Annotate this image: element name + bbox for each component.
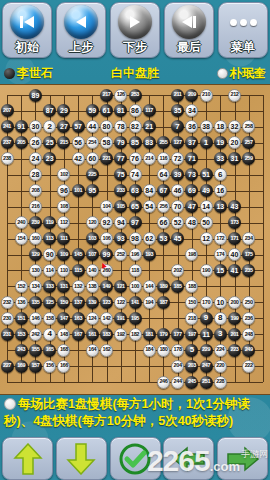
stone-white: 20 — [228, 136, 241, 149]
stone-white: 18 — [214, 120, 227, 133]
stone-black: 233 — [114, 184, 127, 197]
skip-to-end-icon — [172, 5, 206, 39]
stone-white: 6 — [214, 168, 227, 181]
stone-white: 258 — [242, 120, 255, 133]
stone-white: 108 — [57, 200, 70, 213]
stone-black: 5 — [185, 344, 198, 357]
stone-white: 198 — [185, 248, 198, 261]
stone-white: 254 — [86, 136, 99, 149]
stone-white: 40 — [228, 248, 241, 261]
black-stone-icon — [4, 68, 15, 79]
bottom-toolbar — [0, 437, 270, 478]
stone-white: 138 — [86, 280, 99, 293]
stone-white: 140 — [86, 264, 99, 277]
stone-black: 11 — [200, 328, 213, 341]
stone-black: 43 — [228, 200, 241, 213]
stone-white: 112 — [57, 216, 70, 229]
stone-white: 214 — [143, 152, 156, 165]
stone-white: 120 — [86, 216, 99, 229]
stone-black: 13 — [214, 200, 227, 213]
stone-black: 59 — [86, 104, 99, 117]
skip-to-start-icon — [10, 5, 44, 39]
stone-black: 97 — [129, 216, 142, 229]
stone-white: 160 — [29, 232, 42, 245]
stone-white: 66 — [157, 216, 170, 229]
last-move-marker-icon: ▲ — [98, 260, 109, 271]
stone-white: 256 — [157, 200, 170, 213]
stone-white: 46 — [171, 184, 184, 197]
stone-black: 251 — [200, 376, 213, 389]
stone-black: 253 — [129, 89, 142, 102]
stone-black: 107 — [86, 248, 99, 261]
stone-black: 65 — [129, 200, 142, 213]
stone-white: 134 — [29, 280, 42, 293]
stone-white: 152 — [15, 280, 28, 293]
stone-white: 228 — [214, 376, 227, 389]
stone-white: 174 — [214, 248, 227, 261]
stone-white: 150 — [185, 296, 198, 309]
stone-black: 63 — [129, 184, 142, 197]
stone-black: 47 — [185, 200, 198, 213]
stone-black: 221 — [100, 152, 113, 165]
stone-black: 67 — [157, 184, 170, 197]
stone-black: 145 — [72, 248, 85, 261]
stone-white: 132 — [72, 280, 85, 293]
previous-move-button[interactable]: 上步 — [56, 2, 106, 58]
stone-black: 259 — [242, 152, 255, 165]
stone-black: 191 — [114, 312, 127, 325]
stone-black: 241 — [1, 120, 14, 133]
stone-black: 189 — [157, 280, 170, 293]
stone-black: 109 — [57, 248, 70, 261]
rules-text: 每场比赛1盘慢棋(每方1小时，1次1分钟读秒)、4盘快棋(每方10分钟，5次40… — [4, 397, 250, 428]
stone-white: 82 — [129, 120, 142, 133]
white-player-name: 朴珉奎 — [230, 65, 266, 82]
stone-black: 181 — [143, 328, 156, 341]
stone-black: 39 — [171, 168, 184, 181]
stone-black: 167 — [72, 328, 85, 341]
stone-black: 31 — [228, 152, 241, 165]
stone-white: 24 — [29, 152, 42, 165]
stone-white: 210 — [200, 89, 213, 102]
stone-white: 76 — [129, 152, 142, 165]
stone-black: 51 — [200, 168, 213, 181]
stone-white: 74 — [129, 168, 142, 181]
stone-black: 87 — [43, 104, 56, 117]
stone-white: 34 — [185, 104, 198, 117]
stone-black: 103 — [86, 232, 99, 245]
stone-black: 121 — [114, 280, 127, 293]
stone-black: 155 — [29, 344, 42, 357]
stone-black: 217 — [100, 89, 113, 102]
stone-white: 78 — [114, 120, 127, 133]
stone-black: 159 — [57, 296, 70, 309]
stone-white: 80 — [100, 120, 113, 133]
stone-black: 157 — [29, 360, 42, 373]
stone-black: 25 — [43, 136, 56, 149]
stone-white: 236 — [242, 312, 255, 325]
stone-white: 122 — [114, 296, 127, 309]
stone-black: 131 — [57, 280, 70, 293]
stone-black: 29 — [57, 104, 70, 117]
stone-black: 1 — [200, 136, 213, 149]
stone-white: 8 — [214, 312, 227, 325]
stone-black: 133 — [43, 280, 56, 293]
stone-white: 260▲ — [100, 264, 113, 277]
stone-white: 218 — [185, 312, 198, 325]
move-up-button[interactable] — [2, 437, 53, 480]
left-arrow-icon — [173, 446, 205, 472]
stone-white: 184 — [143, 344, 156, 357]
stone-white: 216 — [29, 200, 42, 213]
stone-black: 73 — [185, 168, 198, 181]
stone-black: 179 — [157, 328, 170, 341]
stone-white: 248 — [242, 328, 255, 341]
stone-white: 220 — [214, 360, 227, 373]
stone-black: 57 — [72, 120, 85, 133]
previous-move-label: 上步 — [69, 39, 93, 56]
stone-black: 127 — [171, 136, 184, 149]
stone-white: 178 — [171, 344, 184, 357]
menu-button[interactable]: 菜单 — [218, 2, 268, 58]
stone-white: 158 — [43, 312, 56, 325]
stone-black: 53 — [157, 232, 170, 245]
stone-black: 163 — [72, 312, 85, 325]
stone-white: 202 — [171, 264, 184, 277]
stone-white: 222 — [242, 360, 255, 373]
stone-white: 44 — [86, 120, 99, 133]
stone-black: 173 — [228, 216, 241, 229]
stone-white: 146 — [29, 312, 42, 325]
stone-white: 242 — [29, 328, 42, 341]
stone-white: 182 — [129, 328, 142, 341]
stone-black: 229 — [200, 344, 213, 357]
info-text: 每场比赛1盘慢棋(每方1小时，1次1分钟读秒)、4盘快棋(每方10分钟，5次40… — [4, 396, 266, 430]
stone-black: 111 — [57, 232, 70, 245]
stone-white: 96 — [57, 184, 70, 197]
stone-black: 129 — [29, 248, 42, 261]
stone-white: 62 — [143, 232, 156, 245]
stone-black: 119 — [43, 216, 56, 229]
stone-black: 49 — [200, 184, 213, 197]
stone-white: 164 — [86, 344, 99, 357]
stone-white: 70 — [171, 200, 184, 213]
stone-black: 125 — [43, 296, 56, 309]
grid-line-v — [263, 95, 264, 382]
stone-black: 257 — [242, 136, 255, 149]
stone-black: 171 — [228, 232, 241, 245]
stone-white: 64 — [157, 168, 170, 181]
stone-white: 94 — [114, 216, 127, 229]
go-to-end-button[interactable]: 最后 — [164, 2, 214, 58]
stone-black: 223 — [228, 344, 241, 357]
stone-black: 37 — [185, 136, 198, 149]
stone-black: 79 — [114, 136, 127, 149]
stone-black: 231 — [1, 328, 14, 341]
stone-white: 190 — [200, 264, 213, 277]
menu-label: 菜单 — [231, 39, 255, 56]
stone-black: 205 — [15, 136, 28, 149]
stone-black: 75 — [114, 168, 127, 181]
stone-white: 252 — [114, 248, 127, 261]
stone-white: 110 — [57, 264, 70, 277]
stone-black: 165 — [43, 344, 56, 357]
stone-white: 52 — [171, 216, 184, 229]
stone-white: 232 — [1, 296, 14, 309]
stone-black: 161 — [86, 328, 99, 341]
stone-white: 104 — [100, 200, 113, 213]
stone-white: 124 — [86, 312, 99, 325]
stone-white: 10 — [214, 296, 227, 309]
app-window: 初始 上步 下步 最后 菜单 李世石 — [0, 0, 270, 480]
stone-white: 84 — [143, 184, 156, 197]
go-to-start-button[interactable]: 初始 — [2, 2, 52, 58]
stone-white: 30 — [29, 120, 42, 133]
stone-white: 192 — [114, 328, 127, 341]
stone-black: 27 — [57, 120, 70, 133]
stone-white: 32 — [228, 120, 241, 133]
stone-white: 144 — [143, 280, 156, 293]
stone-white: 116 — [157, 152, 170, 165]
stone-black: 3 — [214, 328, 227, 341]
stone-white: 26 — [29, 136, 42, 149]
stone-black: 19 — [214, 136, 227, 149]
stone-white: 114 — [43, 264, 56, 277]
game-result: 白中盘胜 — [111, 65, 159, 82]
stone-black: 123 — [100, 296, 113, 309]
stone-black: 225 — [86, 168, 99, 181]
move-down-button[interactable] — [56, 437, 107, 480]
stone-white: 172 — [214, 232, 227, 245]
stone-black: 243 — [15, 344, 28, 357]
stone-black: 147 — [57, 312, 70, 325]
stone-white: 102 — [57, 168, 70, 181]
stone-black: 135 — [29, 296, 42, 309]
stone-black: 93 — [114, 232, 127, 245]
stone-white: 56 — [72, 136, 85, 149]
stone-white: 90 — [43, 248, 56, 261]
pan-left-button[interactable] — [163, 437, 214, 480]
stone-black: 227 — [1, 360, 14, 373]
stone-black: 115 — [72, 264, 85, 277]
stone-white: 38 — [200, 120, 213, 133]
stone-white: 136 — [15, 296, 28, 309]
stone-white: 100 — [129, 280, 142, 293]
stone-white: 156 — [43, 360, 56, 373]
top-toolbar: 初始 上步 下步 最后 菜单 — [0, 2, 270, 60]
stone-black: 89 — [29, 89, 42, 102]
stone-black: 85 — [129, 136, 142, 149]
stone-white: 188 — [185, 280, 198, 293]
down-arrow-icon — [66, 443, 96, 475]
stone-black: 33 — [214, 152, 227, 165]
go-board[interactable]: 8921712625321120921021220787295961818611… — [0, 84, 270, 395]
stone-white: 58 — [100, 136, 113, 149]
stone-black: 175 — [242, 248, 255, 261]
stone-black: 187 — [157, 296, 170, 309]
stone-white: 4 — [43, 328, 56, 341]
stone-black: 197 — [185, 328, 198, 341]
stone-black: 153 — [15, 328, 28, 341]
stone-white: 238 — [1, 152, 14, 165]
stone-black: 211 — [171, 89, 184, 102]
stone-black: 195 — [129, 312, 142, 325]
stone-white: 92 — [100, 216, 113, 229]
stone-white: 250 — [242, 296, 255, 309]
stone-black: 139 — [86, 296, 99, 309]
stone-black: 151 — [15, 312, 28, 325]
stone-black: 15 — [214, 264, 227, 277]
stone-black: 41 — [228, 264, 241, 277]
stone-white: 28 — [29, 168, 42, 181]
stone-black: 61 — [100, 104, 113, 117]
stone-black: 95 — [86, 184, 99, 197]
stone-white: 170 — [200, 296, 213, 309]
stone-black: 235 — [242, 264, 255, 277]
confirm-button[interactable] — [110, 437, 161, 480]
next-move-label: 下步 — [123, 39, 147, 56]
stone-black: 199 — [228, 312, 241, 325]
stone-black: 83 — [143, 136, 156, 149]
stone-black: 207 — [1, 104, 14, 117]
stone-white: 130 — [29, 264, 42, 277]
pan-right-button[interactable] — [217, 437, 268, 480]
white-player: 朴珉奎 — [217, 65, 266, 82]
stone-white: 196 — [129, 248, 142, 261]
stone-black: 193 — [143, 248, 156, 261]
stone-white: 60 — [86, 152, 99, 165]
stone-black: 177 — [171, 328, 184, 341]
stone-black: 249 — [242, 344, 255, 357]
stone-white: 36 — [185, 120, 198, 133]
white-stone-icon — [217, 68, 228, 79]
stone-black: 7 — [171, 120, 184, 133]
stone-white: 166 — [57, 360, 70, 373]
check-icon — [118, 442, 152, 476]
stone-white: 208 — [29, 184, 42, 197]
stone-black: 71 — [185, 152, 198, 165]
stone-black: 35 — [171, 104, 184, 117]
player-bar: 李世石 白中盘胜 朴珉奎 — [0, 62, 270, 84]
stone-white: 234 — [242, 232, 255, 245]
stone-black: 215 — [57, 136, 70, 149]
stone-white: 244 — [171, 376, 184, 389]
stone-black: 105 — [114, 200, 127, 213]
stone-black: 237 — [1, 136, 14, 149]
stone-white: 86 — [129, 104, 142, 117]
stone-white: 98 — [129, 232, 142, 245]
stone-black: 113 — [43, 232, 56, 245]
next-move-button[interactable]: 下步 — [110, 2, 160, 58]
stone-white: 14 — [200, 200, 213, 213]
stone-black: 137 — [72, 296, 85, 309]
stone-white: 230 — [1, 312, 14, 325]
stone-black: 141 — [129, 296, 142, 309]
stone-black: 201 — [228, 328, 241, 341]
stone-white: 240 — [15, 216, 28, 229]
stone-black: 255 — [157, 136, 170, 149]
stone-black: 23 — [43, 152, 56, 165]
stone-white: 142 — [100, 312, 113, 325]
stone-black: 45 — [171, 232, 184, 245]
stone-white: 168 — [57, 344, 70, 357]
stone-white: 212 — [228, 89, 241, 102]
stone-black: 77 — [114, 152, 127, 165]
stone-black: 247 — [200, 360, 213, 373]
stone-white: 72 — [171, 152, 184, 165]
stone-black: 169 — [15, 360, 28, 373]
stone-white: 106 — [100, 232, 113, 245]
stone-black: 245 — [185, 376, 198, 389]
stone-black: 101 — [72, 184, 85, 197]
info-box: 每场比赛1盘慢棋(每方1小时，1次1分钟读秒)、4盘快棋(每方10分钟，5次40… — [0, 395, 270, 431]
stone-white: 126 — [114, 89, 127, 102]
right-arrow-icon — [227, 446, 259, 472]
white-stone-bullet-icon — [4, 398, 16, 410]
stone-black: 117 — [143, 104, 156, 117]
menu-dots-icon — [230, 5, 257, 39]
stone-black: 21 — [143, 120, 156, 133]
stone-white: 148 — [57, 328, 70, 341]
stone-white: 118 — [129, 264, 142, 277]
stone-white: 54 — [143, 200, 156, 213]
stone-white: 2 — [43, 120, 56, 133]
stone-black: 239 — [29, 216, 42, 229]
stone-white: 162 — [100, 344, 113, 357]
previous-icon — [64, 5, 98, 39]
stone-white: 50 — [200, 216, 213, 229]
stone-white: 200 — [228, 296, 241, 309]
stone-black: 185 — [171, 280, 184, 293]
stone-black: 203 — [185, 360, 198, 373]
next-icon — [118, 5, 152, 39]
stone-white: 16 — [214, 184, 227, 197]
stone-black: 183 — [100, 328, 113, 341]
stone-black: 149 — [100, 280, 113, 293]
stone-white: 204 — [171, 360, 184, 373]
stone-white: 48 — [185, 216, 198, 229]
stone-white: 224 — [214, 344, 227, 357]
go-to-start-label: 初始 — [15, 39, 39, 56]
menu-dots-wrap: 最后 — [177, 39, 201, 56]
stone-white: 154 — [15, 232, 28, 245]
stone-black: 91 — [15, 120, 28, 133]
stone-black: 9 — [200, 312, 213, 325]
stone-white: 180 — [157, 344, 170, 357]
stone-black: 69 — [185, 184, 198, 197]
stone-black: 81 — [114, 104, 127, 117]
stone-white: 42 — [72, 152, 85, 165]
black-player-name: 李世石 — [17, 65, 53, 82]
stone-white: 246 — [157, 376, 170, 389]
black-player: 李世石 — [4, 65, 53, 82]
stone-black: 209 — [185, 89, 198, 102]
up-arrow-icon — [13, 443, 43, 475]
stone-white: 194 — [143, 296, 156, 309]
stone-white: 12 — [200, 232, 213, 245]
